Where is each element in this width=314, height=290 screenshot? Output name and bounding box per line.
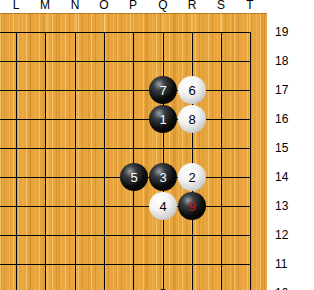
move-number: 4 (159, 200, 166, 213)
row-label-10: 10 (275, 286, 309, 290)
stone-move-5-black-P14[interactable]: 5 (120, 163, 148, 191)
grid-line-row-15 (0, 148, 251, 149)
row-label-11: 11 (275, 257, 309, 271)
move-number: 2 (188, 171, 195, 184)
move-number: 3 (159, 171, 166, 184)
row-label-16: 16 (275, 112, 309, 126)
move-number: 9 (188, 200, 195, 213)
column-label-T: T (238, 0, 262, 12)
row-label-14: 14 (275, 170, 309, 184)
column-label-O: O (92, 0, 116, 12)
move-number: 6 (188, 84, 195, 97)
stone-move-3-black-Q14[interactable]: 3 (149, 163, 177, 191)
grid-line-row-11 (0, 264, 251, 265)
column-label-S: S (209, 0, 233, 12)
grid-line-row-13 (0, 206, 251, 207)
move-number: 8 (188, 113, 195, 126)
move-number: 7 (159, 84, 166, 97)
grid-line-col-P (133, 32, 134, 290)
grid-line-col-O (104, 32, 105, 290)
move-number: 5 (130, 171, 137, 184)
move-number: 1 (159, 113, 166, 126)
column-label-M: M (33, 0, 57, 12)
stone-move-2-white-R14[interactable]: 2 (178, 163, 206, 191)
row-label-18: 18 (275, 54, 309, 68)
board-shadow (267, 17, 273, 290)
row-label-12: 12 (275, 228, 309, 242)
stone-move-8-white-R16[interactable]: 8 (178, 105, 206, 133)
grid-line-col-R (192, 32, 193, 290)
stone-move-6-white-R17[interactable]: 6 (178, 76, 206, 104)
column-label-P: P (121, 0, 145, 12)
grid-line-row-16 (0, 119, 251, 120)
row-label-19: 19 (275, 25, 309, 39)
grid-line-col-L (16, 32, 17, 290)
grid-line-row-12 (0, 235, 251, 236)
column-label-N: N (63, 0, 87, 12)
column-label-Q: Q (151, 0, 175, 12)
row-label-17: 17 (275, 83, 309, 97)
stone-move-9-black-R13[interactable]: 9 (178, 192, 206, 220)
stone-move-7-black-Q17[interactable]: 7 (149, 76, 177, 104)
column-label-R: R (180, 0, 204, 12)
row-label-15: 15 (275, 141, 309, 155)
grid-line-col-N (75, 32, 76, 290)
grid-line-row-18 (0, 61, 251, 62)
stone-move-1-black-Q16[interactable]: 1 (149, 105, 177, 133)
grid-line-col-M (45, 32, 46, 290)
go-board-screenshot: LMNOPQRST19181716151413121110 123456789 (0, 0, 314, 290)
stone-move-4-white-Q13[interactable]: 4 (149, 192, 177, 220)
grid-line-col-S (221, 32, 222, 290)
column-label-L: L (4, 0, 28, 12)
grid-line-col-Q (163, 32, 164, 290)
grid-line-row-17 (0, 90, 251, 91)
grid-line-row-19 (0, 32, 251, 33)
grid-line-col-T (250, 32, 251, 290)
row-label-13: 13 (275, 199, 309, 213)
